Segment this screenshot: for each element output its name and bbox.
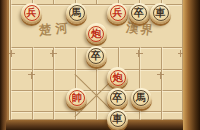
piece-black-horse[interactable]: 馬 xyxy=(66,3,87,24)
board-line xyxy=(53,47,54,120)
point-marker xyxy=(157,72,164,79)
point-marker xyxy=(8,50,15,57)
point-marker xyxy=(50,50,57,57)
piece-black-horse[interactable]: 馬 xyxy=(131,88,152,109)
piece-red-cannon[interactable]: 炮 xyxy=(86,23,107,44)
point-marker xyxy=(28,72,35,79)
board-frame-bottom xyxy=(6,120,186,130)
board-line xyxy=(32,47,33,120)
board-line xyxy=(161,47,162,120)
xiangqi-board: 楚河 漢界 兵 馬 兵 卒 車 炮 卒 炮 帥 卒 馬 車 xyxy=(0,0,200,130)
piece-black-chariot[interactable]: 車 xyxy=(150,3,171,24)
piece-red-general[interactable]: 帥 xyxy=(66,88,87,109)
piece-black-soldier[interactable]: 卒 xyxy=(86,46,107,67)
point-marker xyxy=(136,50,143,57)
board-line xyxy=(10,0,11,120)
piece-red-soldier[interactable]: 兵 xyxy=(21,3,42,24)
river-text-chu-he: 楚河 xyxy=(38,20,72,40)
piece-black-soldier[interactable]: 卒 xyxy=(107,88,128,109)
piece-red-cannon[interactable]: 炮 xyxy=(107,67,128,88)
board-line xyxy=(53,0,54,4)
board-frame-left xyxy=(0,0,9,130)
piece-black-chariot[interactable]: 車 xyxy=(107,109,128,130)
board-line xyxy=(139,47,140,120)
piece-black-soldier[interactable]: 卒 xyxy=(129,3,150,24)
board-line xyxy=(96,0,97,4)
board-frame-right xyxy=(183,0,200,130)
board-line xyxy=(75,47,76,120)
piece-red-soldier[interactable]: 兵 xyxy=(107,3,128,24)
